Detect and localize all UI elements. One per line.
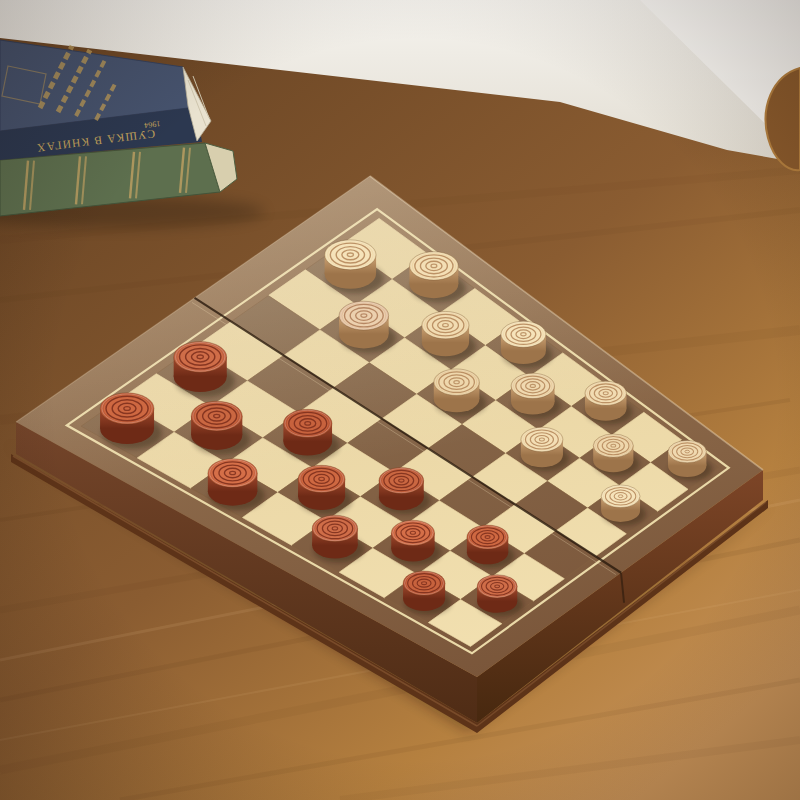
photo-scene: СУШКА В КНИГАХ1964 — [0, 0, 800, 800]
checkers-board-photo: СУШКА В КНИГАХ1964 — [0, 0, 800, 800]
vignette — [0, 0, 800, 800]
